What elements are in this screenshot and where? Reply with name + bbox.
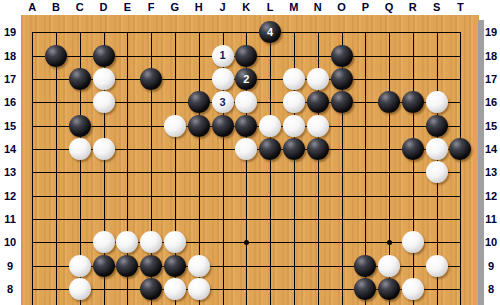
stone-black-H15[interactable] bbox=[188, 115, 210, 137]
row-label-right-17: 17 bbox=[481, 72, 500, 86]
stone-black-K15[interactable] bbox=[235, 115, 257, 137]
row-label-left-11: 11 bbox=[0, 212, 20, 226]
stone-white-J17[interactable] bbox=[212, 68, 234, 90]
stone-white-D16[interactable] bbox=[93, 91, 115, 113]
col-label-B: B bbox=[46, 0, 66, 14]
row-label-right-16: 16 bbox=[481, 95, 500, 109]
stone-black-F17[interactable] bbox=[140, 68, 162, 90]
col-label-J: J bbox=[213, 0, 233, 14]
stone-black-D18[interactable] bbox=[93, 45, 115, 67]
grid-hline-11 bbox=[32, 219, 461, 220]
row-label-left-15: 15 bbox=[0, 119, 20, 133]
row-label-left-14: 14 bbox=[0, 142, 20, 156]
row-label-left-12: 12 bbox=[0, 189, 20, 203]
grid-vline-A bbox=[32, 32, 33, 305]
stone-white-M15[interactable] bbox=[283, 115, 305, 137]
grid-vline-T bbox=[460, 32, 461, 305]
col-label-E: E bbox=[117, 0, 137, 14]
stone-white-R8[interactable] bbox=[402, 278, 424, 300]
stone-white-J18[interactable]: 1 bbox=[212, 45, 234, 67]
stone-black-C17[interactable] bbox=[69, 68, 91, 90]
stone-white-G8[interactable] bbox=[164, 278, 186, 300]
stone-black-N16[interactable] bbox=[307, 91, 329, 113]
col-label-K: K bbox=[236, 0, 256, 14]
row-label-left-19: 19 bbox=[0, 25, 20, 39]
row-label-right-9: 9 bbox=[481, 259, 500, 273]
col-label-P: P bbox=[355, 0, 375, 14]
col-label-H: H bbox=[189, 0, 209, 14]
stone-black-O17[interactable] bbox=[331, 68, 353, 90]
stone-white-C9[interactable] bbox=[69, 255, 91, 277]
row-label-left-8: 8 bbox=[0, 282, 20, 296]
col-label-Q: Q bbox=[379, 0, 399, 14]
grid-hline-13 bbox=[32, 172, 461, 173]
col-label-T: T bbox=[450, 0, 470, 14]
row-label-right-14: 14 bbox=[481, 142, 500, 156]
stone-black-G9[interactable] bbox=[164, 255, 186, 277]
stone-white-C8[interactable] bbox=[69, 278, 91, 300]
stone-white-N17[interactable] bbox=[307, 68, 329, 90]
col-label-R: R bbox=[403, 0, 423, 14]
stone-black-F9[interactable] bbox=[140, 255, 162, 277]
stone-white-Q9[interactable] bbox=[378, 255, 400, 277]
stone-white-N15[interactable] bbox=[307, 115, 329, 137]
stone-black-P9[interactable] bbox=[354, 255, 376, 277]
row-label-left-17: 17 bbox=[0, 72, 20, 86]
col-label-O: O bbox=[332, 0, 352, 14]
col-label-L: L bbox=[260, 0, 280, 14]
stone-black-S15[interactable] bbox=[426, 115, 448, 137]
go-board-screenshot: ABCDEFGHJKLMNOPQRST191918181717161615151… bbox=[0, 0, 500, 305]
grid-vline-B bbox=[56, 32, 57, 305]
row-label-right-18: 18 bbox=[481, 49, 500, 63]
stone-white-H9[interactable] bbox=[188, 255, 210, 277]
row-label-left-16: 16 bbox=[0, 95, 20, 109]
col-label-D: D bbox=[94, 0, 114, 14]
stone-white-S9[interactable] bbox=[426, 255, 448, 277]
stone-black-H16[interactable] bbox=[188, 91, 210, 113]
row-label-right-11: 11 bbox=[481, 212, 500, 226]
row-label-left-10: 10 bbox=[0, 235, 20, 249]
move-number-4: 4 bbox=[267, 27, 273, 38]
row-label-right-8: 8 bbox=[481, 282, 500, 296]
row-label-right-19: 19 bbox=[481, 25, 500, 39]
stone-black-M14[interactable] bbox=[283, 138, 305, 160]
row-label-left-13: 13 bbox=[0, 165, 20, 179]
stone-white-G15[interactable] bbox=[164, 115, 186, 137]
stone-black-J15[interactable] bbox=[212, 115, 234, 137]
stone-white-D10[interactable] bbox=[93, 231, 115, 253]
col-label-S: S bbox=[427, 0, 447, 14]
stone-black-D9[interactable] bbox=[93, 255, 115, 277]
row-label-right-10: 10 bbox=[481, 235, 500, 249]
grid-vline-R bbox=[413, 32, 414, 305]
col-label-M: M bbox=[284, 0, 304, 14]
col-label-N: N bbox=[308, 0, 328, 14]
col-label-F: F bbox=[141, 0, 161, 14]
stone-black-K18[interactable] bbox=[235, 45, 257, 67]
grid-hline-19 bbox=[32, 32, 461, 33]
stone-white-D14[interactable] bbox=[93, 138, 115, 160]
stone-black-O16[interactable] bbox=[331, 91, 353, 113]
row-label-right-12: 12 bbox=[481, 189, 500, 203]
stone-white-H8[interactable] bbox=[188, 278, 210, 300]
stone-black-O18[interactable] bbox=[331, 45, 353, 67]
stone-white-L15[interactable] bbox=[259, 115, 281, 137]
stone-white-C14[interactable] bbox=[69, 138, 91, 160]
stone-black-N14[interactable] bbox=[307, 138, 329, 160]
row-label-right-15: 15 bbox=[481, 119, 500, 133]
move-number-1: 1 bbox=[219, 50, 225, 61]
grid-hline-12 bbox=[32, 196, 461, 197]
stone-white-S16[interactable] bbox=[426, 91, 448, 113]
stone-black-B18[interactable] bbox=[45, 45, 67, 67]
stone-white-J16[interactable]: 3 bbox=[212, 91, 234, 113]
col-label-G: G bbox=[165, 0, 185, 14]
grid-vline-L bbox=[270, 32, 271, 305]
stone-black-R14[interactable] bbox=[402, 138, 424, 160]
stone-white-S13[interactable] bbox=[426, 161, 448, 183]
row-label-left-18: 18 bbox=[0, 49, 20, 63]
col-label-A: A bbox=[22, 0, 42, 14]
row-label-right-13: 13 bbox=[481, 165, 500, 179]
stone-white-D17[interactable] bbox=[93, 68, 115, 90]
move-number-2: 2 bbox=[243, 74, 249, 85]
col-label-C: C bbox=[70, 0, 90, 14]
move-number-3: 3 bbox=[219, 97, 225, 108]
stone-white-M17[interactable] bbox=[283, 68, 305, 90]
row-label-left-9: 9 bbox=[0, 259, 20, 273]
stone-black-C15[interactable] bbox=[69, 115, 91, 137]
stone-white-S14[interactable] bbox=[426, 138, 448, 160]
